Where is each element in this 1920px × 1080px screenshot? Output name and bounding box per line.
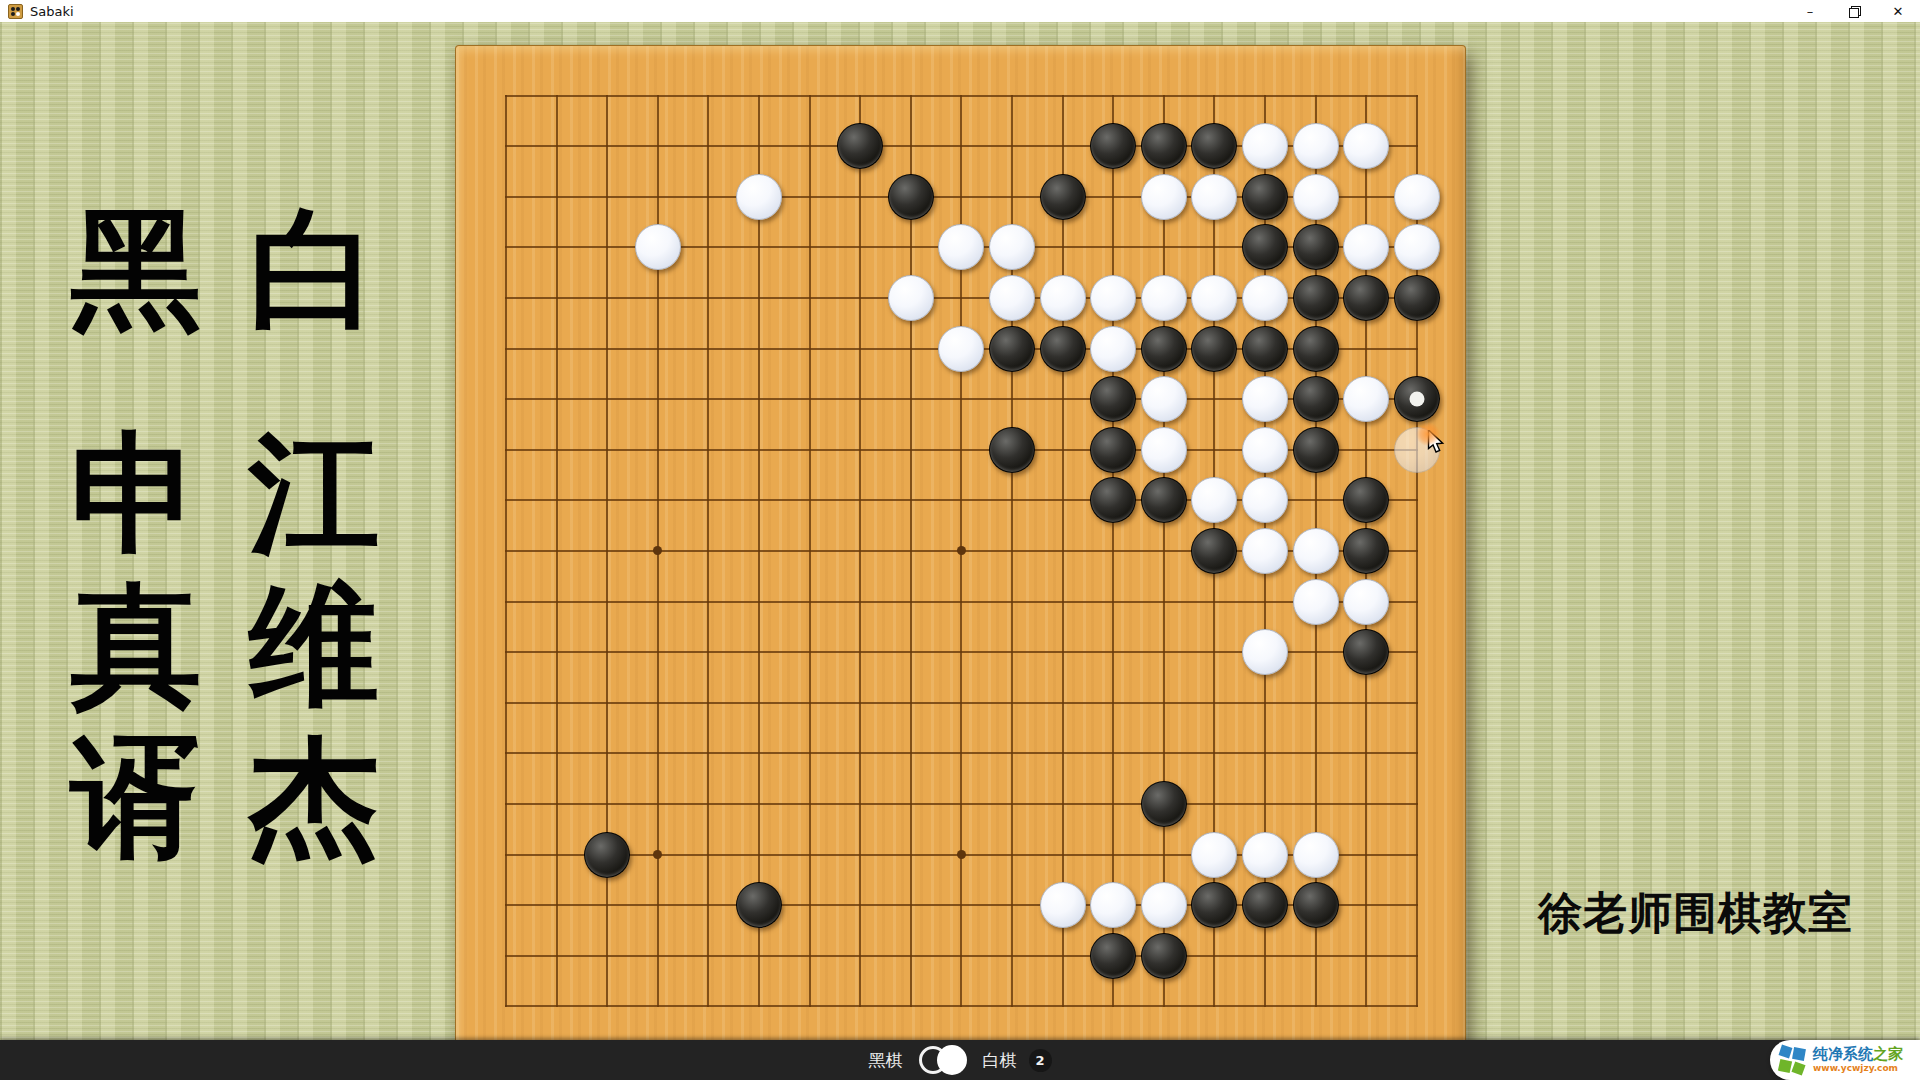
white-stone (1293, 174, 1339, 220)
black-stone (1293, 275, 1339, 321)
grid-line (1163, 95, 1165, 1008)
black-stone (1242, 174, 1288, 220)
grid-line (1062, 95, 1064, 1008)
black-stone (1242, 882, 1288, 928)
white-stone (1040, 275, 1086, 321)
black-stone (1040, 326, 1086, 372)
black-stone (837, 123, 883, 169)
white-stone (1141, 376, 1187, 422)
white-stone (1343, 224, 1389, 270)
black-stone (1191, 528, 1237, 574)
black-stone (1293, 376, 1339, 422)
white-stone (1141, 882, 1187, 928)
black-stone (1293, 882, 1339, 928)
caption-name-char: 申 (68, 418, 204, 570)
grid-line (505, 752, 1418, 754)
black-stone (1343, 629, 1389, 675)
cursor-hover-glow (1416, 422, 1440, 446)
black-stone (1242, 326, 1288, 372)
white-stone (1040, 882, 1086, 928)
minimize-button[interactable]: – (1788, 0, 1832, 22)
watermark-site-name: 纯净系统之家 (1813, 1047, 1903, 1062)
black-stone (989, 427, 1035, 473)
white-stone (736, 174, 782, 220)
white-stone (1141, 427, 1187, 473)
grid-line (505, 601, 1418, 603)
white-stone-icon (937, 1045, 967, 1075)
grid-line (505, 955, 1418, 957)
bottom-toolbar: 黑棋 白棋 2 (0, 1040, 1920, 1080)
window-title: Sabaki (30, 4, 74, 19)
star-point (957, 546, 966, 555)
caption-name-char: 维 (246, 570, 382, 722)
site-watermark: 纯净系统之家 www.ycwjzy.com (1770, 1040, 1920, 1080)
black-player-caption: 黑申真谞 (68, 194, 204, 874)
black-stone (1191, 882, 1237, 928)
caption-name-char: 江 (246, 418, 382, 570)
white-stone (1242, 832, 1288, 878)
white-stone (1191, 275, 1237, 321)
black-stone (1141, 326, 1187, 372)
white-stone (1191, 477, 1237, 523)
black-turn-label: 黑棋 (869, 1049, 903, 1072)
white-stone (1242, 123, 1288, 169)
white-stone (1090, 326, 1136, 372)
white-stone (1343, 376, 1389, 422)
caption-header-char: 黑 (68, 194, 204, 346)
white-stone (1343, 123, 1389, 169)
black-stone (1242, 224, 1288, 270)
white-stone (1191, 174, 1237, 220)
black-stone (1090, 933, 1136, 979)
white-stone (1191, 832, 1237, 878)
black-stone (1090, 427, 1136, 473)
grid-line (1112, 95, 1114, 1008)
window-controls: – ✕ (1788, 0, 1920, 22)
black-stone (1394, 275, 1440, 321)
restore-button[interactable] (1832, 0, 1876, 22)
last-move-marker (1409, 392, 1424, 407)
title-bar: Sabaki – ✕ (0, 0, 1920, 22)
star-point (957, 850, 966, 859)
grid-line (505, 803, 1418, 805)
caption-header-char: 白 (246, 194, 382, 346)
black-stone (1141, 933, 1187, 979)
black-stone (1293, 427, 1339, 473)
black-stone (1343, 477, 1389, 523)
white-stone (1242, 629, 1288, 675)
white-stone (635, 224, 681, 270)
black-stone (1343, 275, 1389, 321)
watermark-site-url: www.ycwjzy.com (1813, 1064, 1903, 1073)
white-stone (938, 326, 984, 372)
white-stone (1242, 477, 1288, 523)
restore-icon (1849, 6, 1859, 16)
black-stone (888, 174, 934, 220)
white-turn-label: 白棋 (983, 1049, 1017, 1072)
caption-name-char: 杰 (246, 722, 382, 874)
goban[interactable] (456, 46, 1465, 1058)
white-stone (1394, 174, 1440, 220)
white-stone (1242, 427, 1288, 473)
white-stone (1343, 579, 1389, 625)
white-stone (989, 224, 1035, 270)
black-stone (1293, 326, 1339, 372)
black-stone (1141, 123, 1187, 169)
sabaki-app-icon (8, 4, 23, 19)
white-stone (1293, 528, 1339, 574)
black-stone (1090, 376, 1136, 422)
star-point (653, 850, 662, 859)
mouse-cursor (1426, 430, 1448, 458)
black-stone (1141, 781, 1187, 827)
caption-name-char: 谞 (68, 722, 204, 874)
white-stone (938, 224, 984, 270)
black-stone (1343, 528, 1389, 574)
site-logo-icon (1778, 1045, 1808, 1075)
caption-name-char: 真 (68, 570, 204, 722)
black-stone (584, 832, 630, 878)
black-stone (1090, 123, 1136, 169)
white-stone (1141, 174, 1187, 220)
turn-toggle[interactable] (919, 1045, 967, 1075)
black-stone (1394, 376, 1440, 422)
grid-line (505, 702, 1418, 704)
white-stone (1090, 275, 1136, 321)
white-stone (1293, 579, 1339, 625)
tatami-background: 黑申真谞 白江维杰 徐老师围棋教室 (0, 22, 1920, 1080)
white-stone (1141, 275, 1187, 321)
black-stone (1040, 174, 1086, 220)
black-stone (736, 882, 782, 928)
white-stone (1293, 832, 1339, 878)
black-stone (1191, 123, 1237, 169)
white-stone (1090, 882, 1136, 928)
close-button[interactable]: ✕ (1876, 0, 1920, 22)
grid-line (505, 1005, 1418, 1007)
white-stone (1242, 528, 1288, 574)
black-stone (1141, 477, 1187, 523)
white-stone (1293, 123, 1339, 169)
white-stone (1242, 376, 1288, 422)
white-player-caption: 白江维杰 (246, 194, 382, 874)
white-stone (888, 275, 934, 321)
capture-count-badge: 2 (1029, 1049, 1052, 1072)
black-stone (989, 326, 1035, 372)
white-stone (1394, 224, 1440, 270)
black-stone (1191, 326, 1237, 372)
white-stone (1242, 275, 1288, 321)
star-point (653, 546, 662, 555)
black-stone (1090, 477, 1136, 523)
black-stone (1293, 224, 1339, 270)
white-stone (989, 275, 1035, 321)
classroom-caption: 徐老师围棋教室 (1538, 884, 1853, 943)
